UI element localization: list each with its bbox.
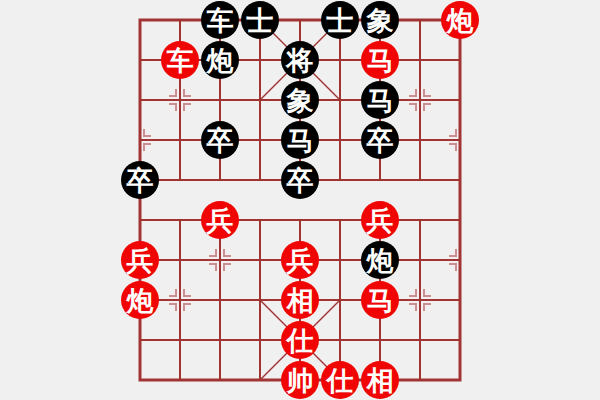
board-point[interactable]: 象 xyxy=(360,0,400,40)
board-point[interactable] xyxy=(200,160,240,200)
piece-black-horse[interactable]: 马 xyxy=(281,121,319,159)
board-point[interactable] xyxy=(280,200,320,240)
board-point[interactable] xyxy=(200,240,240,280)
board-point[interactable]: 炮 xyxy=(440,0,480,40)
board-point[interactable] xyxy=(160,160,200,200)
board-point[interactable]: 仕 xyxy=(280,320,320,360)
board-point[interactable] xyxy=(400,360,440,400)
board-points-grid: 车士士象炮车炮将马象马卒马卒卒卒兵兵兵兵炮炮相马仕帅仕相 xyxy=(120,0,480,400)
board-point[interactable] xyxy=(400,240,440,280)
board-point[interactable]: 车 xyxy=(200,0,240,40)
board-point[interactable] xyxy=(440,360,480,400)
piece-red-soldier[interactable]: 兵 xyxy=(361,201,399,239)
piece-red-elephant[interactable]: 相 xyxy=(281,281,319,319)
board-point[interactable]: 帅 xyxy=(280,360,320,400)
board-point[interactable] xyxy=(240,240,280,280)
board-point[interactable] xyxy=(240,40,280,80)
board-point[interactable]: 卒 xyxy=(360,120,400,160)
piece-black-cannon[interactable]: 炮 xyxy=(361,241,399,279)
board-point[interactable]: 兵 xyxy=(200,200,240,240)
board-point[interactable] xyxy=(440,40,480,80)
piece-red-elephant[interactable]: 相 xyxy=(361,361,399,399)
piece-red-cannon[interactable]: 炮 xyxy=(121,281,159,319)
board-point[interactable]: 将 xyxy=(280,40,320,80)
board-point[interactable]: 马 xyxy=(360,40,400,80)
board-point[interactable]: 车 xyxy=(160,40,200,80)
piece-black-chariot[interactable]: 车 xyxy=(201,1,239,39)
piece-black-cannon[interactable]: 炮 xyxy=(201,41,239,79)
board-point[interactable] xyxy=(320,80,360,120)
piece-red-chariot[interactable]: 车 xyxy=(161,41,199,79)
piece-red-soldier[interactable]: 兵 xyxy=(201,201,239,239)
board-point[interactable] xyxy=(440,120,480,160)
board-point[interactable]: 炮 xyxy=(120,280,160,320)
board-point[interactable] xyxy=(320,240,360,280)
board-point[interactable] xyxy=(320,200,360,240)
board-point[interactable] xyxy=(160,0,200,40)
board-point[interactable]: 卒 xyxy=(280,160,320,200)
board-point[interactable] xyxy=(120,200,160,240)
board-point[interactable]: 马 xyxy=(280,120,320,160)
board-point[interactable] xyxy=(240,160,280,200)
board-point[interactable] xyxy=(400,320,440,360)
board-point[interactable] xyxy=(400,0,440,40)
board-point[interactable]: 士 xyxy=(240,0,280,40)
board-point[interactable] xyxy=(120,320,160,360)
board-point[interactable] xyxy=(320,120,360,160)
board-point[interactable] xyxy=(400,80,440,120)
board-point[interactable]: 卒 xyxy=(200,120,240,160)
board-point[interactable]: 仕 xyxy=(320,360,360,400)
board-point[interactable] xyxy=(160,320,200,360)
board-point[interactable] xyxy=(200,280,240,320)
board-point[interactable] xyxy=(120,120,160,160)
board-point[interactable]: 兵 xyxy=(360,200,400,240)
board-point[interactable] xyxy=(160,280,200,320)
board-point[interactable] xyxy=(240,280,280,320)
board-point[interactable] xyxy=(400,160,440,200)
piece-red-cannon[interactable]: 炮 xyxy=(441,1,479,39)
piece-black-advisor[interactable]: 士 xyxy=(321,1,359,39)
board-point[interactable] xyxy=(440,80,480,120)
board-point[interactable] xyxy=(400,280,440,320)
board-point[interactable]: 炮 xyxy=(360,240,400,280)
board-point[interactable] xyxy=(120,40,160,80)
piece-red-soldier[interactable]: 兵 xyxy=(121,241,159,279)
board-point[interactable] xyxy=(120,360,160,400)
board-point[interactable]: 兵 xyxy=(120,240,160,280)
board-point[interactable] xyxy=(440,200,480,240)
board-point[interactable] xyxy=(160,120,200,160)
piece-black-soldier[interactable]: 卒 xyxy=(121,161,159,199)
piece-black-elephant[interactable]: 象 xyxy=(281,81,319,119)
board-point[interactable] xyxy=(160,200,200,240)
piece-black-soldier[interactable]: 卒 xyxy=(201,121,239,159)
board-point[interactable] xyxy=(400,40,440,80)
board-point[interactable] xyxy=(360,320,400,360)
board-point[interactable] xyxy=(320,280,360,320)
board-point[interactable] xyxy=(400,120,440,160)
board-point[interactable] xyxy=(240,120,280,160)
board-point[interactable]: 相 xyxy=(280,280,320,320)
piece-red-advisor[interactable]: 仕 xyxy=(321,361,359,399)
piece-black-advisor[interactable]: 士 xyxy=(241,1,279,39)
piece-black-horse[interactable]: 马 xyxy=(361,81,399,119)
board-point[interactable]: 兵 xyxy=(280,240,320,280)
board-point[interactable]: 马 xyxy=(360,80,400,120)
board-point[interactable] xyxy=(440,160,480,200)
board-point[interactable]: 士 xyxy=(320,0,360,40)
board-point[interactable] xyxy=(160,240,200,280)
piece-black-soldier[interactable]: 卒 xyxy=(281,161,319,199)
piece-black-soldier[interactable]: 卒 xyxy=(361,121,399,159)
board-point[interactable] xyxy=(120,80,160,120)
board-point[interactable] xyxy=(240,320,280,360)
board-point[interactable] xyxy=(200,320,240,360)
board-point[interactable] xyxy=(240,80,280,120)
board-point[interactable] xyxy=(120,0,160,40)
board-point[interactable] xyxy=(200,80,240,120)
board-point[interactable]: 马 xyxy=(360,280,400,320)
piece-red-horse[interactable]: 马 xyxy=(361,281,399,319)
board-point[interactable] xyxy=(200,360,240,400)
piece-black-elephant[interactable]: 象 xyxy=(361,1,399,39)
piece-red-horse[interactable]: 马 xyxy=(361,41,399,79)
piece-red-advisor[interactable]: 仕 xyxy=(281,321,319,359)
board-point[interactable] xyxy=(440,280,480,320)
piece-red-soldier[interactable]: 兵 xyxy=(281,241,319,279)
board-point[interactable] xyxy=(440,240,480,280)
board-point[interactable] xyxy=(160,360,200,400)
board-point[interactable]: 象 xyxy=(280,80,320,120)
board-point[interactable] xyxy=(320,320,360,360)
board-point[interactable]: 炮 xyxy=(200,40,240,80)
xiangqi-board: 车士士象炮车炮将马象马卒马卒卒卒兵兵兵兵炮炮相马仕帅仕相 xyxy=(0,0,600,400)
board-point[interactable]: 相 xyxy=(360,360,400,400)
board-point[interactable] xyxy=(320,160,360,200)
board-point[interactable] xyxy=(360,160,400,200)
board-point[interactable] xyxy=(320,40,360,80)
board-point[interactable] xyxy=(240,200,280,240)
board-point[interactable]: 卒 xyxy=(120,160,160,200)
board-point[interactable] xyxy=(400,200,440,240)
board-point[interactable] xyxy=(160,80,200,120)
board-point[interactable] xyxy=(280,0,320,40)
piece-red-general[interactable]: 帅 xyxy=(281,361,319,399)
piece-black-general[interactable]: 将 xyxy=(281,41,319,79)
board-point[interactable] xyxy=(440,320,480,360)
board-point[interactable] xyxy=(240,360,280,400)
